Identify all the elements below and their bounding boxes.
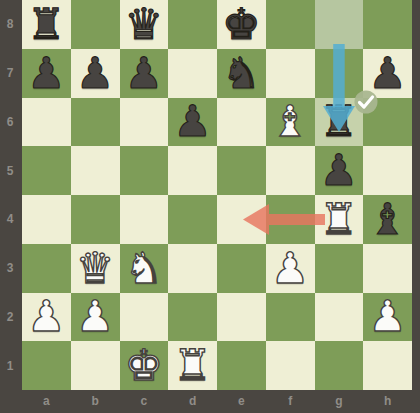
square-h4[interactable]: ♝ xyxy=(363,195,412,244)
white-knight[interactable]: ♞ xyxy=(125,247,164,290)
rank-label-7: 7 xyxy=(0,66,20,80)
square-g2[interactable] xyxy=(315,293,364,342)
file-label-e: e xyxy=(231,394,251,408)
square-g7[interactable] xyxy=(315,49,364,98)
file-label-a: a xyxy=(36,394,56,408)
square-c8[interactable]: ♛ xyxy=(120,0,169,49)
square-a6[interactable] xyxy=(22,98,71,147)
square-e5[interactable] xyxy=(217,146,266,195)
square-b5[interactable] xyxy=(71,146,120,195)
square-c2[interactable] xyxy=(120,293,169,342)
square-b2[interactable]: ♟ xyxy=(71,293,120,342)
white-bishop[interactable]: ♝ xyxy=(271,100,310,143)
square-e1[interactable] xyxy=(217,341,266,390)
square-h3[interactable] xyxy=(363,244,412,293)
square-f2[interactable] xyxy=(266,293,315,342)
square-f3[interactable]: ♟ xyxy=(266,244,315,293)
square-b4[interactable] xyxy=(71,195,120,244)
square-e6[interactable] xyxy=(217,98,266,147)
white-queen[interactable]: ♛ xyxy=(76,247,115,290)
file-label-g: g xyxy=(329,394,349,408)
square-g3[interactable] xyxy=(315,244,364,293)
square-b1[interactable] xyxy=(71,341,120,390)
square-d8[interactable] xyxy=(168,0,217,49)
black-queen[interactable]: ♛ xyxy=(125,3,164,46)
square-e4[interactable] xyxy=(217,195,266,244)
chess-app-screen: 87654321 ♜♛♚♟♟♟♞♟♟♝♜♟♜♝♛♞♟♟♟♟♚♜ abcdefgh xyxy=(0,0,420,413)
black-pawn[interactable]: ♟ xyxy=(27,52,66,95)
file-label-f: f xyxy=(280,394,300,408)
square-f8[interactable] xyxy=(266,0,315,49)
file-label-c: c xyxy=(134,394,154,408)
square-c3[interactable]: ♞ xyxy=(120,244,169,293)
file-label-d: d xyxy=(183,394,203,408)
square-g4[interactable]: ♜ xyxy=(315,195,364,244)
white-rook[interactable]: ♜ xyxy=(173,344,212,387)
file-label-b: b xyxy=(85,394,105,408)
square-e8[interactable]: ♚ xyxy=(217,0,266,49)
rank-label-8: 8 xyxy=(0,17,20,31)
rank-label-4: 4 xyxy=(0,212,20,226)
square-h1[interactable] xyxy=(363,341,412,390)
square-g6[interactable]: ♜ xyxy=(315,98,364,147)
square-f5[interactable] xyxy=(266,146,315,195)
black-knight[interactable]: ♞ xyxy=(222,52,261,95)
black-bishop[interactable]: ♝ xyxy=(368,198,407,241)
square-b7[interactable]: ♟ xyxy=(71,49,120,98)
square-d6[interactable]: ♟ xyxy=(168,98,217,147)
black-rook[interactable]: ♜ xyxy=(27,3,66,46)
square-g8[interactable] xyxy=(315,0,364,49)
black-pawn[interactable]: ♟ xyxy=(173,100,212,143)
square-b3[interactable]: ♛ xyxy=(71,244,120,293)
white-king[interactable]: ♚ xyxy=(125,344,164,387)
square-b6[interactable] xyxy=(71,98,120,147)
rank-label-1: 1 xyxy=(0,359,20,373)
rank-label-6: 6 xyxy=(0,115,20,129)
square-f6[interactable]: ♝ xyxy=(266,98,315,147)
chess-board[interactable]: ♜♛♚♟♟♟♞♟♟♝♜♟♜♝♛♞♟♟♟♟♚♜ xyxy=(22,0,412,390)
square-a3[interactable] xyxy=(22,244,71,293)
square-d4[interactable] xyxy=(168,195,217,244)
square-c1[interactable]: ♚ xyxy=(120,341,169,390)
black-king[interactable]: ♚ xyxy=(222,3,261,46)
square-h6[interactable] xyxy=(363,98,412,147)
file-label-h: h xyxy=(378,394,398,408)
square-h2[interactable]: ♟ xyxy=(363,293,412,342)
square-a5[interactable] xyxy=(22,146,71,195)
square-g5[interactable]: ♟ xyxy=(315,146,364,195)
white-pawn[interactable]: ♟ xyxy=(76,295,115,338)
square-f7[interactable] xyxy=(266,49,315,98)
white-pawn[interactable]: ♟ xyxy=(271,247,310,290)
square-a8[interactable]: ♜ xyxy=(22,0,71,49)
square-c7[interactable]: ♟ xyxy=(120,49,169,98)
square-g1[interactable] xyxy=(315,341,364,390)
square-b8[interactable] xyxy=(71,0,120,49)
white-pawn[interactable]: ♟ xyxy=(368,295,407,338)
square-a1[interactable] xyxy=(22,341,71,390)
square-f4[interactable] xyxy=(266,195,315,244)
black-pawn[interactable]: ♟ xyxy=(125,52,164,95)
square-c4[interactable] xyxy=(120,195,169,244)
black-pawn[interactable]: ♟ xyxy=(368,52,407,95)
square-e3[interactable] xyxy=(217,244,266,293)
square-e7[interactable]: ♞ xyxy=(217,49,266,98)
square-c5[interactable] xyxy=(120,146,169,195)
black-pawn[interactable]: ♟ xyxy=(76,52,115,95)
square-e2[interactable] xyxy=(217,293,266,342)
black-pawn[interactable]: ♟ xyxy=(320,149,359,192)
square-a7[interactable]: ♟ xyxy=(22,49,71,98)
white-pawn[interactable]: ♟ xyxy=(27,295,66,338)
square-h5[interactable] xyxy=(363,146,412,195)
square-f1[interactable] xyxy=(266,341,315,390)
black-rook[interactable]: ♜ xyxy=(320,100,359,143)
white-rook[interactable]: ♜ xyxy=(320,198,359,241)
square-d5[interactable] xyxy=(168,146,217,195)
square-h7[interactable]: ♟ xyxy=(363,49,412,98)
square-d2[interactable] xyxy=(168,293,217,342)
square-d3[interactable] xyxy=(168,244,217,293)
rank-label-2: 2 xyxy=(0,310,20,324)
square-c6[interactable] xyxy=(120,98,169,147)
rank-label-5: 5 xyxy=(0,164,20,178)
square-h8[interactable] xyxy=(363,0,412,49)
square-d1[interactable]: ♜ xyxy=(168,341,217,390)
square-a2[interactable]: ♟ xyxy=(22,293,71,342)
rank-label-3: 3 xyxy=(0,261,20,275)
square-d7[interactable] xyxy=(168,49,217,98)
square-a4[interactable] xyxy=(22,195,71,244)
